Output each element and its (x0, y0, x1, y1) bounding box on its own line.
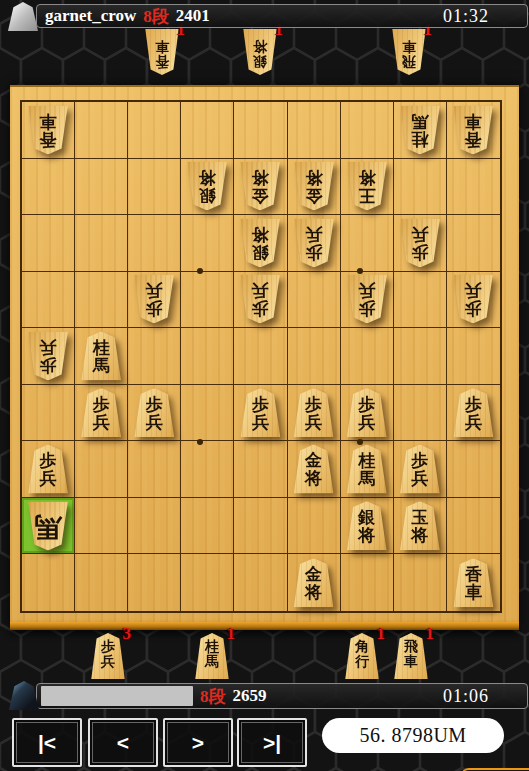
board-cell[interactable] (234, 328, 287, 385)
opponent-clock: 01:32 (443, 6, 489, 27)
shogi-piece-sente[interactable]: 歩兵 (451, 388, 496, 437)
board-cell[interactable]: 金将 (288, 159, 341, 216)
board-cell[interactable] (234, 441, 287, 498)
shogi-piece-gote[interactable]: 香車 (451, 105, 496, 154)
hand-slot: 桂馬1 (193, 633, 231, 679)
go-last-move-button[interactable]: >| (237, 718, 307, 767)
board-cell[interactable] (394, 159, 447, 216)
shogi-piece-gote[interactable]: 金将 (291, 162, 336, 211)
shogi-piece-sente[interactable]: 金将 (291, 445, 336, 494)
board-cell[interactable]: 歩兵 (341, 385, 394, 442)
hand-piece-count: 1 (227, 624, 236, 644)
board-cell[interactable] (288, 272, 341, 329)
opponent-rank: 8段 (143, 5, 169, 28)
board-cell[interactable]: 桂馬 (394, 102, 447, 159)
board-cell[interactable] (234, 102, 287, 159)
shogi-piece-gote[interactable]: 歩兵 (132, 275, 177, 324)
player-info-bar: 8段 2659 01:06 (36, 683, 528, 709)
piece-shadow-wrap: 歩兵 (397, 218, 442, 267)
board-cell[interactable] (22, 272, 75, 329)
board-cell[interactable]: 銀将 (181, 159, 234, 216)
board-cell[interactable]: 銀将 (234, 215, 287, 272)
piece-shadow-wrap: 馬 (26, 501, 71, 550)
board-cell[interactable]: 金将 (288, 441, 341, 498)
board-cell[interactable] (128, 328, 181, 385)
piece-shadow-wrap: 王将 (344, 162, 389, 211)
hand-piece-count: 1 (377, 624, 386, 644)
board-cell[interactable]: 歩兵 (22, 441, 75, 498)
board-cell[interactable] (75, 102, 128, 159)
board-cell[interactable] (234, 554, 287, 611)
opponent-name: garnet_crow (45, 6, 136, 26)
board-cell[interactable] (75, 272, 128, 329)
board-cell[interactable]: 銀将 (341, 498, 394, 555)
piece-shadow-wrap: 銀将 (238, 218, 283, 267)
board-cell[interactable]: 歩兵 (447, 272, 500, 329)
piece-shadow-wrap: 歩兵 (79, 388, 124, 437)
board-cell[interactable]: 歩兵 (128, 385, 181, 442)
board-cell[interactable] (288, 498, 341, 555)
piece-shadow-wrap: 歩兵 (26, 331, 71, 380)
star-point (357, 268, 363, 274)
board-cell[interactable]: 香車 (22, 102, 75, 159)
shogi-piece-gote[interactable]: 香車 (26, 105, 71, 154)
shogi-piece-gote[interactable]: 歩兵 (344, 275, 389, 324)
board-cell[interactable] (128, 441, 181, 498)
board-cell[interactable]: 歩兵 (234, 385, 287, 442)
board-cell[interactable] (128, 215, 181, 272)
shogi-piece-sente[interactable]: 歩兵 (79, 388, 124, 437)
piece-shadow-wrap: 歩兵 (344, 388, 389, 437)
board-cell[interactable] (128, 102, 181, 159)
shogi-board: 香車桂馬香車銀将金将金将王将銀将歩兵歩兵歩兵歩兵歩兵歩兵歩兵桂馬歩兵歩兵歩兵歩兵… (10, 85, 519, 624)
go-previous-move-button[interactable]: < (88, 718, 158, 767)
board-cell[interactable]: 歩兵 (394, 215, 447, 272)
shogi-piece-gote[interactable]: 桂馬 (397, 105, 442, 154)
board-cell[interactable]: 歩兵 (288, 215, 341, 272)
player-name-hidden-box (41, 686, 193, 706)
board-cell[interactable]: 香車 (447, 554, 500, 611)
board-cell[interactable] (128, 159, 181, 216)
shogi-piece-gote[interactable]: 銀将 (238, 218, 283, 267)
board-cell[interactable] (181, 498, 234, 555)
player-clock: 01:06 (443, 686, 489, 707)
board-cell[interactable] (341, 328, 394, 385)
go-next-move-button[interactable]: > (163, 718, 233, 767)
board-cell[interactable] (447, 328, 500, 385)
shogi-piece-sente[interactable]: 歩兵 (344, 388, 389, 437)
star-point (197, 439, 203, 445)
board-cell[interactable] (181, 272, 234, 329)
piece-shadow-wrap: 銀将 (344, 501, 389, 550)
hand-piece-count: 1 (426, 624, 435, 644)
hand-slot: 飛車1 (392, 633, 430, 679)
board-cell[interactable]: 歩兵 (288, 385, 341, 442)
board-cell[interactable] (128, 498, 181, 555)
board-cell[interactable] (394, 272, 447, 329)
board-cell[interactable] (288, 328, 341, 385)
piece-shadow-wrap: 歩兵 (291, 388, 336, 437)
board-cell[interactable]: 桂馬 (341, 441, 394, 498)
board-cell[interactable] (181, 102, 234, 159)
shogi-piece-sente[interactable]: 歩兵 (291, 388, 336, 437)
shogi-piece-sente[interactable]: 歩兵 (397, 445, 442, 494)
board-cell[interactable]: 歩兵 (22, 328, 75, 385)
piece-shadow-wrap: 歩兵 (291, 218, 336, 267)
board-cell[interactable]: 王将 (341, 159, 394, 216)
board-cell[interactable] (341, 102, 394, 159)
piece-shadow-wrap: 金将 (291, 445, 336, 494)
hand-piece-sente[interactable]: 桂馬 (193, 633, 231, 679)
board-cell[interactable] (75, 498, 128, 555)
piece-shadow-wrap: 桂馬 (397, 105, 442, 154)
piece-shadow-wrap: 香車 (26, 105, 71, 154)
piece-shadow-wrap: 銀将 (185, 162, 230, 211)
shogi-piece-sente[interactable]: 歩兵 (26, 445, 71, 494)
piece-shadow-wrap: 歩兵 (397, 445, 442, 494)
piece-shadow-wrap: 金将 (291, 558, 336, 607)
board-cell[interactable]: 歩兵 (128, 272, 181, 329)
board-cell[interactable] (22, 385, 75, 442)
board-cell[interactable]: 歩兵 (234, 272, 287, 329)
hand-slot: 銀将1 (241, 29, 279, 75)
board-cell[interactable]: 馬 (22, 498, 75, 555)
board-cell[interactable] (75, 215, 128, 272)
board-cell[interactable] (181, 385, 234, 442)
piece-shadow-wrap: 歩兵 (451, 388, 496, 437)
board-cell[interactable] (181, 328, 234, 385)
piece-shadow-wrap: 歩兵 (132, 388, 177, 437)
board-cell[interactable]: 香車 (447, 102, 500, 159)
hand-slot: 角行1 (343, 633, 381, 679)
star-point (357, 439, 363, 445)
opponent-rating: 2401 (176, 6, 210, 26)
move-number-display[interactable]: 56. 8798UM (322, 718, 504, 753)
board-cell[interactable] (75, 554, 128, 611)
piece-shadow-wrap: 玉将 (397, 501, 442, 550)
board-front-edge (10, 622, 519, 630)
shogi-app-screen: garnet_crow 8段 2401 01:32 香車1銀将1飛車1 香車桂馬… (0, 0, 529, 771)
board-cell[interactable] (75, 441, 128, 498)
board-cell[interactable]: 歩兵 (75, 385, 128, 442)
player-rank: 8段 (200, 685, 226, 708)
piece-shadow-wrap: 歩兵 (26, 445, 71, 494)
board-cell[interactable] (181, 215, 234, 272)
hand-piece-sente[interactable]: 飛車 (392, 633, 430, 679)
shogi-piece-gote[interactable]: 歩兵 (451, 275, 496, 324)
piece-shadow-wrap: 桂馬 (344, 445, 389, 494)
board-cell[interactable] (447, 441, 500, 498)
board-cell[interactable]: 歩兵 (341, 272, 394, 329)
board-cell[interactable] (181, 441, 234, 498)
opponent-info-bar: garnet_crow 8段 2401 01:32 (36, 4, 528, 28)
shogi-piece-gote[interactable]: 歩兵 (397, 218, 442, 267)
shogi-piece-sente[interactable]: 歩兵 (238, 388, 283, 437)
shogi-piece-sente[interactable]: 歩兵 (132, 388, 177, 437)
star-point (197, 268, 203, 274)
shogi-piece-sente[interactable]: 銀将 (344, 501, 389, 550)
hand-piece-gote[interactable]: 銀将 (241, 29, 279, 75)
piece-shadow-wrap: 金将 (291, 162, 336, 211)
board-cell[interactable] (181, 554, 234, 611)
shogi-piece-gote[interactable]: 歩兵 (291, 218, 336, 267)
piece-shadow-wrap: 香車 (451, 558, 496, 607)
hand-piece-sente[interactable]: 歩兵 (89, 633, 127, 679)
board-cell[interactable]: 玉将 (394, 498, 447, 555)
board-cell[interactable] (22, 554, 75, 611)
board-cell[interactable]: 金将 (288, 554, 341, 611)
piece-shadow-wrap: 歩兵 (344, 275, 389, 324)
shogi-piece-sente[interactable]: 桂馬 (79, 331, 124, 380)
piece-shadow-wrap: 桂馬 (79, 331, 124, 380)
hand-piece-gote[interactable]: 飛車 (390, 29, 428, 75)
piece-shadow-wrap: 歩兵 (451, 275, 496, 324)
shogi-piece-gote[interactable]: 金将 (238, 162, 283, 211)
shogi-piece-sente[interactable]: 桂馬 (344, 445, 389, 494)
board-cell[interactable] (234, 498, 287, 555)
shogi-piece-sente[interactable]: 玉将 (397, 501, 442, 550)
player-rating: 2659 (233, 686, 267, 706)
hand-piece-count: 3 (123, 624, 132, 644)
board-cell[interactable] (394, 385, 447, 442)
shogi-piece-gote[interactable]: 銀将 (185, 162, 230, 211)
shogi-piece-gote[interactable]: 歩兵 (26, 331, 71, 380)
piece-shadow-wrap: 香車 (451, 105, 496, 154)
piece-shadow-wrap: 歩兵 (238, 275, 283, 324)
shogi-piece-gote[interactable]: 王将 (344, 162, 389, 211)
board-cell[interactable] (22, 159, 75, 216)
go-first-move-button[interactable]: |< (12, 718, 82, 767)
shogi-piece-gote-promoted[interactable]: 馬 (26, 501, 71, 550)
board-cell[interactable] (447, 498, 500, 555)
board-cell[interactable] (341, 215, 394, 272)
piece-shadow-wrap: 歩兵 (238, 388, 283, 437)
board-cell[interactable] (75, 159, 128, 216)
hand-slot: 香車1 (143, 29, 181, 75)
board-cell[interactable] (394, 554, 447, 611)
board-cell[interactable]: 歩兵 (394, 441, 447, 498)
hand-slot: 歩兵3 (89, 633, 127, 679)
shogi-piece-gote[interactable]: 歩兵 (238, 275, 283, 324)
shogi-piece-sente[interactable]: 香車 (451, 558, 496, 607)
board-cell[interactable]: 桂馬 (75, 328, 128, 385)
board-cell[interactable] (288, 102, 341, 159)
board-cell[interactable]: 歩兵 (447, 385, 500, 442)
hand-piece-gote[interactable]: 香車 (143, 29, 181, 75)
board-cell[interactable] (394, 328, 447, 385)
board-cell[interactable] (22, 215, 75, 272)
piece-shadow-wrap: 金将 (238, 162, 283, 211)
board-cell[interactable] (128, 554, 181, 611)
board-cell[interactable] (447, 159, 500, 216)
shogi-board-grid: 香車桂馬香車銀将金将金将王将銀将歩兵歩兵歩兵歩兵歩兵歩兵歩兵桂馬歩兵歩兵歩兵歩兵… (20, 100, 502, 613)
piece-shadow-wrap: 歩兵 (132, 275, 177, 324)
board-cell[interactable] (341, 554, 394, 611)
board-cell[interactable]: 金将 (234, 159, 287, 216)
shogi-piece-sente[interactable]: 金将 (291, 558, 336, 607)
hand-slot: 飛車1 (390, 29, 428, 75)
board-cell[interactable] (447, 215, 500, 272)
hand-piece-sente[interactable]: 角行 (343, 633, 381, 679)
